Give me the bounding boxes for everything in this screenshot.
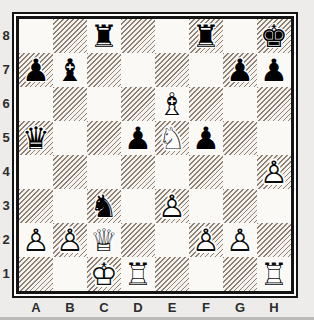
square-e5[interactable]: ♞♘ [155, 121, 189, 155]
piece-bN-c3: ♞ [87, 189, 121, 223]
square-d6[interactable] [121, 87, 155, 121]
piece-bB-b7: ♝ [53, 53, 87, 87]
square-g8[interactable] [223, 19, 257, 53]
rank-label-6: 6 [0, 87, 12, 121]
piece-bR-c8: ♜ [87, 19, 121, 53]
square-b2[interactable]: ♟♙ [53, 223, 87, 257]
square-f8[interactable]: ♜ [189, 19, 223, 53]
square-f6[interactable] [189, 87, 223, 121]
piece-wN-e5: ♘ [155, 121, 189, 155]
square-c3[interactable]: ♞ [87, 189, 121, 223]
square-b7[interactable]: ♝ [53, 53, 87, 87]
square-h2[interactable] [257, 223, 291, 257]
square-b1[interactable] [53, 257, 87, 291]
square-c7[interactable] [87, 53, 121, 87]
rank-label-7: 7 [0, 53, 12, 87]
piece-bP-g7: ♟ [223, 53, 257, 87]
square-d4[interactable] [121, 155, 155, 189]
piece-wB-e6: ♗ [155, 87, 189, 121]
square-g2[interactable]: ♟♙ [223, 223, 257, 257]
square-e7[interactable] [155, 53, 189, 87]
square-c5[interactable] [87, 121, 121, 155]
square-f5[interactable]: ♟ [189, 121, 223, 155]
square-b3[interactable] [53, 189, 87, 223]
rank-labels: 87654321 [0, 19, 12, 291]
square-c6[interactable] [87, 87, 121, 121]
piece-bK-h8: ♚ [257, 19, 291, 53]
file-label-g: G [223, 300, 257, 316]
square-e3[interactable]: ♟♙ [155, 189, 189, 223]
piece-wQ-c2: ♕ [87, 223, 121, 257]
rank-label-3: 3 [0, 189, 12, 223]
square-c2[interactable]: ♛♕ [87, 223, 121, 257]
square-f4[interactable] [189, 155, 223, 189]
rank-label-2: 2 [0, 223, 12, 257]
square-f7[interactable] [189, 53, 223, 87]
square-h3[interactable] [257, 189, 291, 223]
square-b6[interactable] [53, 87, 87, 121]
square-d7[interactable] [121, 53, 155, 87]
piece-wP-a2: ♙ [19, 223, 53, 257]
square-f2[interactable]: ♟♙ [189, 223, 223, 257]
piece-wR-h1: ♖ [257, 257, 291, 291]
piece-wP-h4: ♙ [257, 155, 291, 189]
square-c1[interactable]: ♚♔ [87, 257, 121, 291]
square-g5[interactable] [223, 121, 257, 155]
square-g1[interactable] [223, 257, 257, 291]
square-a4[interactable] [19, 155, 53, 189]
file-label-c: C [87, 300, 121, 316]
file-labels: ABCDEFGH [19, 300, 291, 316]
square-e8[interactable] [155, 19, 189, 53]
file-label-f: F [189, 300, 223, 316]
piece-wK-c1: ♔ [87, 257, 121, 291]
square-g6[interactable] [223, 87, 257, 121]
file-label-d: D [121, 300, 155, 316]
square-h8[interactable]: ♚ [257, 19, 291, 53]
square-a7[interactable]: ♟ [19, 53, 53, 87]
square-c8[interactable]: ♜ [87, 19, 121, 53]
square-a1[interactable] [19, 257, 53, 291]
rank-label-8: 8 [0, 19, 12, 53]
chess-board-frame: ♜♜♚♟♝♟♟♝♗♛♟♞♘♟♟♙♞♟♙♟♙♟♙♛♕♟♙♟♙♚♔♜♖♜♖ [12, 12, 298, 298]
square-f3[interactable] [189, 189, 223, 223]
square-a5[interactable]: ♛ [19, 121, 53, 155]
square-e1[interactable] [155, 257, 189, 291]
chess-board: ♜♜♚♟♝♟♟♝♗♛♟♞♘♟♟♙♞♟♙♟♙♟♙♛♕♟♙♟♙♚♔♜♖♜♖ [16, 16, 294, 294]
square-f1[interactable] [189, 257, 223, 291]
square-d1[interactable]: ♜♖ [121, 257, 155, 291]
square-d8[interactable] [121, 19, 155, 53]
square-b4[interactable] [53, 155, 87, 189]
square-g7[interactable]: ♟ [223, 53, 257, 87]
square-d3[interactable] [121, 189, 155, 223]
square-e6[interactable]: ♝♗ [155, 87, 189, 121]
file-label-a: A [19, 300, 53, 316]
square-h6[interactable] [257, 87, 291, 121]
square-b5[interactable] [53, 121, 87, 155]
piece-bR-f8: ♜ [189, 19, 223, 53]
file-label-b: B [53, 300, 87, 316]
piece-wP-e3: ♙ [155, 189, 189, 223]
square-h5[interactable] [257, 121, 291, 155]
square-d5[interactable]: ♟ [121, 121, 155, 155]
square-d2[interactable] [121, 223, 155, 257]
piece-bP-d5: ♟ [121, 121, 155, 155]
chess-diagram: 87654321 ♜♜♚♟♝♟♟♝♗♛♟♞♘♟♟♙♞♟♙♟♙♟♙♛♕♟♙♟♙♚♔… [0, 0, 314, 320]
square-c4[interactable] [87, 155, 121, 189]
file-label-e: E [155, 300, 189, 316]
piece-wP-f2: ♙ [189, 223, 223, 257]
rank-label-5: 5 [0, 121, 12, 155]
square-g3[interactable] [223, 189, 257, 223]
square-a3[interactable] [19, 189, 53, 223]
square-a8[interactable] [19, 19, 53, 53]
file-label-h: H [257, 300, 291, 316]
square-h7[interactable]: ♟ [257, 53, 291, 87]
square-a2[interactable]: ♟♙ [19, 223, 53, 257]
piece-bP-a7: ♟ [19, 53, 53, 87]
piece-wP-b2: ♙ [53, 223, 87, 257]
piece-wP-g2: ♙ [223, 223, 257, 257]
rank-label-4: 4 [0, 155, 12, 189]
rank-label-1: 1 [0, 257, 12, 291]
piece-wR-d1: ♖ [121, 257, 155, 291]
square-g4[interactable] [223, 155, 257, 189]
square-h1[interactable]: ♜♖ [257, 257, 291, 291]
square-a6[interactable] [19, 87, 53, 121]
square-e4[interactable] [155, 155, 189, 189]
square-b8[interactable] [53, 19, 87, 53]
piece-bP-f5: ♟ [189, 121, 223, 155]
piece-bP-h7: ♟ [257, 53, 291, 87]
square-h4[interactable]: ♟♙ [257, 155, 291, 189]
square-e2[interactable] [155, 223, 189, 257]
piece-bQ-a5: ♛ [19, 121, 53, 155]
